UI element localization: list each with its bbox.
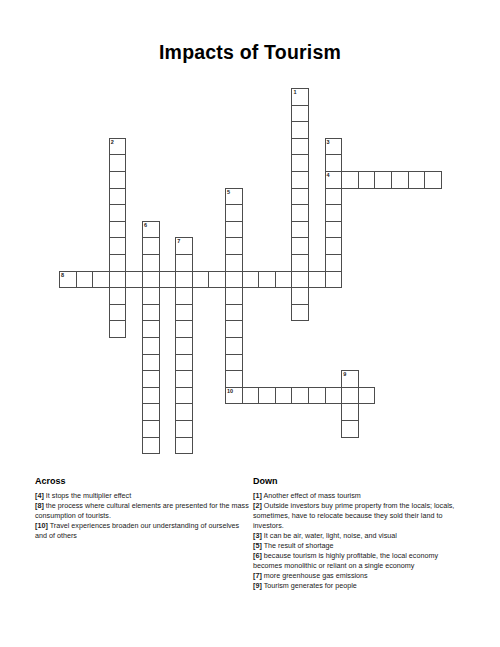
grid-cell-c10-r11[interactable]	[225, 271, 243, 289]
grid-cell-c12-r11[interactable]	[258, 271, 276, 289]
crossword-page: Impacts of Tourism 12345678910 Across [4…	[0, 0, 500, 647]
grid-cell-c14-r9[interactable]	[291, 237, 309, 255]
down-clue-3: [3] It can be air, water, light, noise, …	[253, 531, 464, 541]
grid-cell-c21-r5[interactable]	[408, 171, 426, 189]
grid-cell-c17-r5[interactable]	[341, 171, 359, 189]
across-clue-4: [4] It stops the multiplier effect	[35, 491, 250, 501]
grid-cell-c15-r11[interactable]	[308, 271, 326, 289]
down-clue-number-7: [7]	[253, 571, 262, 580]
grid-cell-c9-r11[interactable]	[208, 271, 226, 289]
cell-number-4: 4	[327, 173, 330, 179]
grid-cell-c14-r2[interactable]	[291, 121, 309, 139]
grid-cell-c15-r18[interactable]	[308, 387, 326, 405]
grid-cell-c5-r14[interactable]	[142, 320, 160, 338]
cell-number-2: 2	[111, 140, 114, 146]
grid-cell-c11-r18[interactable]	[242, 387, 260, 405]
grid-cell-c16-r18[interactable]	[325, 387, 343, 405]
grid-cell-c7-r12[interactable]	[175, 287, 193, 305]
grid-cell-c7-r13[interactable]	[175, 304, 193, 322]
grid-cell-c7-r16[interactable]	[175, 354, 193, 372]
grid-cell-c10-r7[interactable]	[225, 204, 243, 222]
crossword-grid: 12345678910	[59, 88, 443, 455]
grid-cell-c7-r18[interactable]	[175, 387, 193, 405]
grid-cell-c19-r5[interactable]	[374, 171, 392, 189]
grid-cell-c10-r13[interactable]	[225, 304, 243, 322]
down-clue-list: [1] Another effect of mass tourism[2] Ou…	[253, 491, 464, 591]
across-clue-list: [4] It stops the multiplier effect[8] th…	[35, 491, 250, 541]
across-header: Across	[35, 476, 250, 486]
grid-cell-c10-r9[interactable]	[225, 237, 243, 255]
grid-cell-c10-r14[interactable]	[225, 320, 243, 338]
grid-cell-c18-r5[interactable]	[358, 171, 376, 189]
grid-cell-c3-r7[interactable]	[109, 204, 127, 222]
grid-cell-c7-r14[interactable]	[175, 320, 193, 338]
grid-cell-c14-r1[interactable]	[291, 105, 309, 123]
down-clue-number-9: [9]	[253, 581, 262, 590]
down-clue-number-3: [3]	[253, 531, 262, 540]
grid-cell-c6-r11[interactable]	[159, 271, 177, 289]
down-clue-number-2: [2]	[253, 501, 262, 510]
grid-cell-c16-r7[interactable]	[325, 204, 343, 222]
cell-number-9: 9	[343, 372, 346, 378]
grid-cell-c3-r10[interactable]	[109, 254, 127, 272]
grid-cell-c1-r11[interactable]	[76, 271, 94, 289]
grid-cell-c3-r9[interactable]	[109, 237, 127, 255]
grid-cell-c14-r11[interactable]	[291, 271, 309, 289]
grid-cell-c5-r21[interactable]	[142, 437, 160, 455]
grid-cell-c5-r10[interactable]	[142, 254, 160, 272]
across-clue-number-4: [4]	[35, 491, 44, 500]
grid-cell-c7-r20[interactable]	[175, 420, 193, 438]
grid-cell-c3-r11[interactable]	[109, 271, 127, 289]
grid-cell-c14-r10[interactable]	[291, 254, 309, 272]
grid-cell-c7-r17[interactable]	[175, 370, 193, 388]
down-clue-6: [6] because tourism is highly profitable…	[253, 551, 464, 571]
grid-cell-c10-r10[interactable]	[225, 254, 243, 272]
grid-cell-c7-r15[interactable]	[175, 337, 193, 355]
across-clue-number-10: [10]	[35, 521, 48, 530]
grid-cell-c14-r8[interactable]	[291, 221, 309, 239]
down-clues-section: Down [1] Another effect of mass tourism[…	[253, 476, 464, 591]
grid-cell-c13-r11[interactable]	[275, 271, 293, 289]
grid-cell-c3-r4[interactable]	[109, 154, 127, 172]
grid-cell-c14-r12[interactable]	[291, 287, 309, 305]
grid-cell-c14-r6[interactable]	[291, 188, 309, 206]
down-clue-9: [9] Tourism generates for people	[253, 581, 464, 591]
grid-cell-c14-r13[interactable]	[291, 304, 309, 322]
grid-cell-c5-r12[interactable]	[142, 287, 160, 305]
grid-cell-c17-r19[interactable]	[341, 403, 359, 421]
grid-cell-c5-r13[interactable]	[142, 304, 160, 322]
cell-number-6: 6	[144, 223, 147, 229]
grid-cell-c16-r4[interactable]	[325, 154, 343, 172]
grid-cell-c2-r11[interactable]	[92, 271, 110, 289]
grid-cell-c10-r16[interactable]	[225, 354, 243, 372]
grid-cell-c12-r18[interactable]	[258, 387, 276, 405]
grid-cell-c3-r12[interactable]	[109, 287, 127, 305]
cell-number-8: 8	[61, 273, 64, 279]
cell-number-1: 1	[293, 90, 296, 96]
puzzle-title: Impacts of Tourism	[0, 41, 500, 64]
grid-cell-c3-r14[interactable]	[109, 320, 127, 338]
grid-cell-c14-r5[interactable]	[291, 171, 309, 189]
grid-cell-c14-r18[interactable]	[291, 387, 309, 405]
grid-cell-c5-r19[interactable]	[142, 403, 160, 421]
across-clue-10: [10] Travel experiences broaden our unde…	[35, 521, 250, 541]
grid-cell-c16-r6[interactable]	[325, 188, 343, 206]
down-clue-5: [5] The result of shortage	[253, 541, 464, 551]
grid-cell-c5-r18[interactable]	[142, 387, 160, 405]
grid-cell-c17-r20[interactable]	[341, 420, 359, 438]
grid-cell-c8-r11[interactable]	[192, 271, 210, 289]
grid-cell-c14-r3[interactable]	[291, 138, 309, 156]
grid-cell-c3-r6[interactable]	[109, 188, 127, 206]
grid-cell-c10-r8[interactable]	[225, 221, 243, 239]
grid-cell-c16-r9[interactable]	[325, 237, 343, 255]
grid-cell-c16-r11[interactable]	[325, 271, 343, 289]
cell-number-5: 5	[227, 190, 230, 196]
grid-cell-c5-r16[interactable]	[142, 354, 160, 372]
grid-cell-c3-r5[interactable]	[109, 171, 127, 189]
grid-cell-c3-r8[interactable]	[109, 221, 127, 239]
cell-number-10: 10	[227, 389, 233, 395]
down-clue-1: [1] Another effect of mass tourism	[253, 491, 464, 501]
cell-number-3: 3	[327, 140, 330, 146]
grid-cell-c16-r10[interactable]	[325, 254, 343, 272]
down-clue-number-6: [6]	[253, 551, 262, 560]
grid-cell-c14-r7[interactable]	[291, 204, 309, 222]
grid-cell-c10-r17[interactable]	[225, 370, 243, 388]
grid-cell-c10-r12[interactable]	[225, 287, 243, 305]
grid-cell-c5-r20[interactable]	[142, 420, 160, 438]
down-header: Down	[253, 476, 464, 486]
grid-cell-c4-r11[interactable]	[125, 271, 143, 289]
grid-cell-c3-r13[interactable]	[109, 304, 127, 322]
across-clues-section: Across [4] It stops the multiplier effec…	[35, 476, 250, 541]
cell-number-7: 7	[177, 239, 180, 245]
grid-cell-c18-r18[interactable]	[358, 387, 376, 405]
grid-cell-c7-r21[interactable]	[175, 437, 193, 455]
grid-cell-c7-r10[interactable]	[175, 254, 193, 272]
across-clue-number-8: [8]	[35, 501, 44, 510]
grid-cell-c16-r8[interactable]	[325, 221, 343, 239]
grid-cell-c5-r9[interactable]	[142, 237, 160, 255]
grid-cell-c5-r15[interactable]	[142, 337, 160, 355]
grid-cell-c22-r5[interactable]	[424, 171, 442, 189]
down-clue-number-5: [5]	[253, 541, 262, 550]
down-clue-2: [2] Outside investors buy prime property…	[253, 501, 464, 531]
grid-cell-c17-r18[interactable]	[341, 387, 359, 405]
grid-cell-c7-r11[interactable]	[175, 271, 193, 289]
grid-cell-c5-r11[interactable]	[142, 271, 160, 289]
grid-cell-c7-r19[interactable]	[175, 403, 193, 421]
grid-cell-c11-r11[interactable]	[242, 271, 260, 289]
grid-cell-c14-r4[interactable]	[291, 154, 309, 172]
down-clue-number-1: [1]	[253, 491, 262, 500]
grid-cell-c20-r5[interactable]	[391, 171, 409, 189]
grid-cell-c13-r18[interactable]	[275, 387, 293, 405]
grid-cell-c10-r15[interactable]	[225, 337, 243, 355]
down-clue-7: [7] more greenhouse gas emissions	[253, 571, 464, 581]
grid-cell-c5-r17[interactable]	[142, 370, 160, 388]
across-clue-8: [8] the process where cultural elements …	[35, 501, 250, 521]
